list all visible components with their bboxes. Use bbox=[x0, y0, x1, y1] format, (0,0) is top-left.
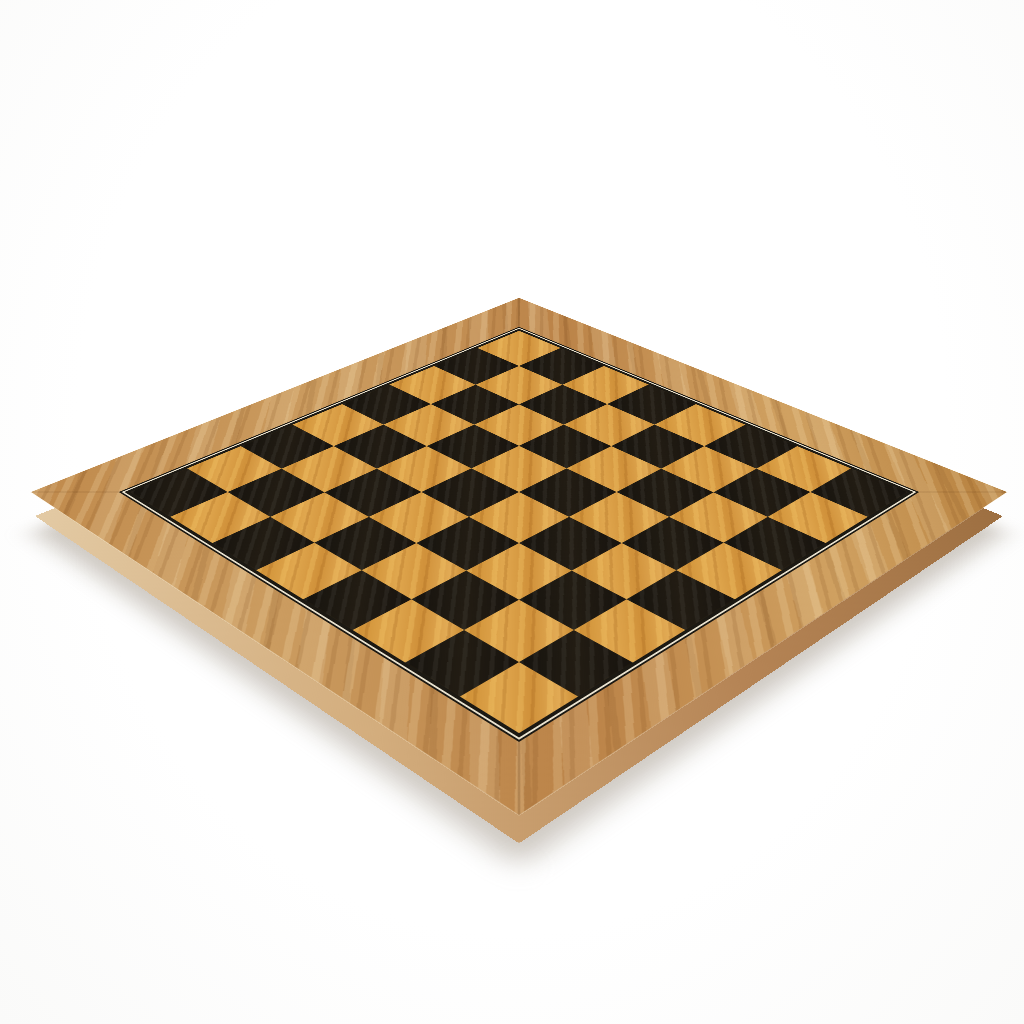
pinstripe-white-line bbox=[122, 328, 917, 740]
pinstripe-outer-line bbox=[119, 327, 919, 742]
photo-scene bbox=[0, 0, 1024, 1024]
board-frame bbox=[31, 298, 1007, 815]
chess-board bbox=[31, 298, 1007, 815]
